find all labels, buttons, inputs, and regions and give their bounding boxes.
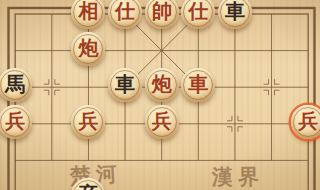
piece-black-chariot[interactable]: 車 — [218, 0, 252, 29]
piece-glyph: 兵 — [78, 111, 98, 131]
piece-red-chariot[interactable]: 車 — [181, 68, 215, 102]
piece-red-soldier[interactable]: 兵 — [71, 105, 105, 139]
piece-glyph: 炮 — [152, 74, 172, 94]
piece-red-advisor[interactable]: 仕 — [108, 0, 142, 29]
piece-red-cannon[interactable]: 炮 — [71, 32, 105, 66]
piece-red-cannon[interactable]: 炮 — [145, 68, 179, 102]
piece-black-partial-unknown[interactable]: 卒 — [71, 178, 105, 190]
piece-red-general[interactable]: 帥 — [145, 0, 179, 29]
piece-red-soldier[interactable]: 兵 — [291, 105, 320, 139]
piece-black-chariot[interactable]: 車 — [108, 68, 142, 102]
piece-glyph: 車 — [225, 1, 245, 21]
piece-red-soldier[interactable]: 兵 — [0, 105, 32, 139]
piece-red-advisor[interactable]: 仕 — [181, 0, 215, 29]
piece-glyph: 兵 — [298, 111, 318, 131]
xiangqi-board[interactable]: 楚河 漢界 相仕帥仕車炮馬車炮車兵兵兵兵卒 — [0, 0, 320, 190]
piece-red-soldier[interactable]: 兵 — [145, 105, 179, 139]
piece-glyph: 馬 — [5, 74, 25, 94]
piece-glyph: 卒 — [78, 184, 98, 190]
piece-glyph: 車 — [115, 74, 135, 94]
piece-glyph: 帥 — [152, 1, 172, 21]
piece-glyph: 仕 — [115, 1, 135, 21]
piece-glyph: 仕 — [188, 1, 208, 21]
piece-red-elephant[interactable]: 相 — [71, 0, 105, 29]
pieces-layer: 相仕帥仕車炮馬車炮車兵兵兵兵卒 — [0, 0, 320, 190]
piece-glyph: 兵 — [5, 111, 25, 131]
piece-glyph: 炮 — [78, 38, 98, 58]
piece-glyph: 車 — [188, 74, 208, 94]
piece-black-horse[interactable]: 馬 — [0, 68, 32, 102]
piece-glyph: 相 — [78, 1, 98, 21]
piece-glyph: 兵 — [152, 111, 172, 131]
